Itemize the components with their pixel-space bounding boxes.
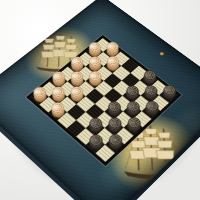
ship-artwork-top-left [27,29,92,79]
photo-scene [0,0,200,200]
game-case [0,0,200,200]
